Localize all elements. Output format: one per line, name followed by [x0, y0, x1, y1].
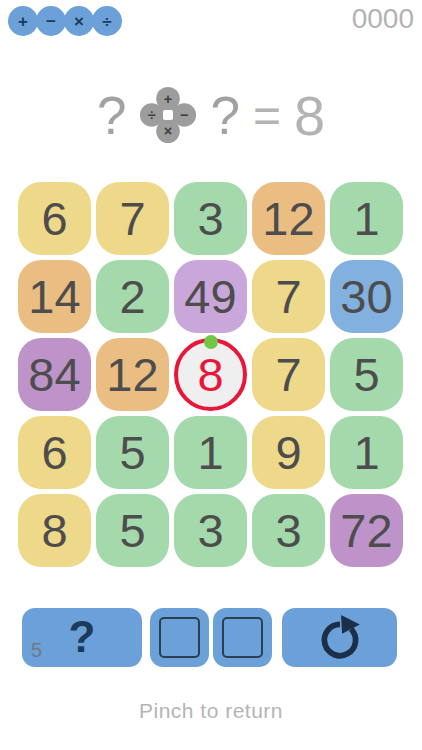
- grid-cell-r1c1[interactable]: 6: [18, 182, 91, 255]
- cell-value: 5: [119, 503, 145, 558]
- cell-value: 5: [119, 425, 145, 480]
- cell-value: 6: [41, 191, 67, 246]
- clover-multiply-symbol: ×: [164, 123, 172, 139]
- game-screen: +−×÷ 0000 ? + ÷ − × ? = 8 67312114249730…: [0, 0, 422, 750]
- cell-value: 7: [119, 191, 145, 246]
- pinch-hint-text: Pinch to return: [0, 699, 422, 723]
- target-cell[interactable]: 8: [174, 338, 247, 411]
- cell-value: 1: [353, 191, 379, 246]
- score-display: 0000: [352, 3, 414, 35]
- cell-value: 3: [197, 191, 223, 246]
- grid-cell-r2c2[interactable]: 2: [96, 260, 169, 333]
- grid-cell-r2c1[interactable]: 14: [18, 260, 91, 333]
- divide-operator-button[interactable]: ÷: [92, 6, 122, 36]
- operator-selector-icon[interactable]: + ÷ − ×: [139, 86, 197, 144]
- clover-divide-symbol: ÷: [148, 107, 156, 123]
- grid-cell-r1c2[interactable]: 7: [96, 182, 169, 255]
- cell-value: 72: [340, 503, 392, 558]
- cell-value: 3: [197, 503, 223, 558]
- cell-value: 7: [275, 269, 301, 324]
- grid-cell-r5c1[interactable]: 8: [18, 494, 91, 567]
- cell-value: 8: [41, 503, 67, 558]
- cell-value: 30: [340, 269, 392, 324]
- plus-operator-button[interactable]: +: [8, 6, 38, 36]
- clover-plus-symbol: +: [164, 91, 172, 107]
- bottom-controls: 5 ?: [0, 608, 422, 667]
- cell-value: 1: [197, 425, 223, 480]
- grid-cell-r3c1[interactable]: 84: [18, 338, 91, 411]
- grid-cell-r3c2[interactable]: 12: [96, 338, 169, 411]
- slot-button-2[interactable]: [213, 608, 272, 667]
- grid-cell-r4c5[interactable]: 1: [330, 416, 403, 489]
- hint-button[interactable]: 5 ?: [22, 608, 142, 667]
- hint-count: 5: [31, 639, 42, 662]
- grid-cell-r1c5[interactable]: 1: [330, 182, 403, 255]
- grid-cell-r2c3[interactable]: 49: [174, 260, 247, 333]
- restart-button[interactable]: [282, 608, 397, 667]
- cell-value: 49: [184, 269, 236, 324]
- grid-cell-r4c4[interactable]: 9: [252, 416, 325, 489]
- grid-cell-r5c2[interactable]: 5: [96, 494, 169, 567]
- cell-value: 9: [275, 425, 301, 480]
- operator-toolbar: +−×÷: [8, 6, 120, 36]
- grid-cell-r4c3[interactable]: 1: [174, 416, 247, 489]
- cell-value: 7: [275, 347, 301, 402]
- equation-right-operand: ?: [210, 85, 239, 146]
- cell-value: 84: [28, 347, 80, 402]
- cell-value: 5: [353, 347, 379, 402]
- multiply-operator-button[interactable]: ×: [64, 6, 94, 36]
- empty-slot-icon: [222, 617, 263, 658]
- clover-minus-symbol: −: [180, 107, 188, 123]
- grid-cell-r1c3[interactable]: 3: [174, 182, 247, 255]
- selection-dot: [204, 335, 218, 349]
- empty-slot-icon: [159, 617, 200, 658]
- equation-left-operand: ?: [97, 85, 126, 146]
- hint-question-icon: ?: [69, 612, 96, 662]
- grid-cell-r4c2[interactable]: 5: [96, 416, 169, 489]
- grid-cell-r3c4[interactable]: 7: [252, 338, 325, 411]
- equals-sign: =: [253, 88, 281, 143]
- cell-value: 6: [41, 425, 67, 480]
- number-grid: 67312114249730841287565191853372: [18, 182, 403, 567]
- equation-row: ? + ÷ − × ? = 8: [0, 79, 422, 151]
- grid-cell-r4c1[interactable]: 6: [18, 416, 91, 489]
- cell-value: 14: [28, 269, 80, 324]
- minus-operator-button[interactable]: −: [36, 6, 66, 36]
- grid-cell-r2c5[interactable]: 30: [330, 260, 403, 333]
- grid-cell-r2c4[interactable]: 7: [252, 260, 325, 333]
- cell-value: 8: [197, 347, 223, 402]
- cell-value: 2: [119, 269, 145, 324]
- cell-value: 12: [262, 191, 314, 246]
- grid-cell-r5c4[interactable]: 3: [252, 494, 325, 567]
- cell-value: 1: [353, 425, 379, 480]
- slot-button-1[interactable]: [150, 608, 209, 667]
- cell-value: 12: [106, 347, 158, 402]
- rotate-clockwise-icon: [314, 612, 366, 664]
- grid-cell-r1c4[interactable]: 12: [252, 182, 325, 255]
- grid-cell-r5c3[interactable]: 3: [174, 494, 247, 567]
- grid-cell-r5c5[interactable]: 72: [330, 494, 403, 567]
- equation-result: 8: [294, 83, 325, 148]
- cell-value: 3: [275, 503, 301, 558]
- grid-cell-r3c5[interactable]: 5: [330, 338, 403, 411]
